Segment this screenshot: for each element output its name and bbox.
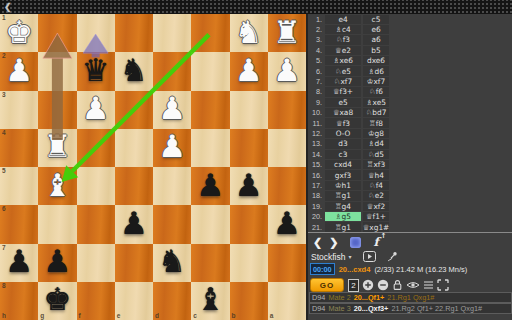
move-number: 6. (310, 67, 323, 76)
file-label: b (232, 313, 236, 320)
engine-stats: (2/33) 21.42 M (16.23 Mn/s) (374, 265, 467, 274)
square-d7[interactable]: ♞ (153, 244, 191, 282)
increase-lines-icon[interactable] (362, 279, 374, 291)
prev-move-button[interactable]: ❮ (313, 237, 322, 248)
white-pawn: ♟ (153, 90, 191, 128)
move-row-15: 15.cxd4♖xf3 (310, 159, 400, 169)
black-move[interactable]: b5 (363, 46, 389, 55)
move-row-18: 18.♖g1♘e2 (310, 191, 400, 201)
square-c1[interactable] (191, 14, 229, 52)
move-number: 3. (310, 35, 323, 44)
top-bar: ❮ (0, 0, 512, 14)
black-pawn: ♟ (230, 166, 268, 204)
chess-analysis-app: ❮ ♚1♞♜♟2♛♞♟♟3♟♟4♜♟5♝♟♟6♟♟♟7♟♞8h♚gfed♝cba… (0, 0, 512, 320)
square-h4[interactable]: 4 (0, 129, 38, 167)
black-move[interactable]: ♖xf3 (363, 160, 389, 169)
move-row-10: 10.♕xa8♘bd7 (310, 108, 400, 118)
white-move[interactable]: d3 (325, 139, 361, 148)
white-move[interactable]: c3 (325, 150, 361, 159)
white-move[interactable]: ♘xf7 (325, 77, 361, 86)
move-row-5: 5.♗xe6dxe6 (310, 56, 400, 66)
square-h7[interactable]: ♟7 (0, 244, 38, 282)
square-g1[interactable] (38, 14, 76, 52)
square-h3[interactable]: 3 (0, 91, 38, 129)
move-row-21: 21.♖g1♕xg1# (310, 222, 400, 232)
black-knight: ♞ (115, 51, 153, 89)
white-move[interactable]: ♕e2 (325, 46, 361, 55)
black-move[interactable]: ♖f8 (363, 118, 389, 127)
square-g6[interactable] (38, 205, 76, 243)
square-a4[interactable] (268, 129, 306, 167)
move-list: 1.e4c52.♗c4e63.♘f3a64.♕e2b55.♗xe6dxe66.♘… (310, 14, 400, 232)
white-move[interactable]: ♔h1 (325, 181, 361, 190)
black-move[interactable]: ♕f1+ (363, 212, 389, 221)
go-button[interactable]: GO (310, 278, 344, 292)
black-move[interactable]: e6 (363, 25, 389, 34)
rank-label: 3 (2, 92, 6, 99)
line-continuation: 21.Rg2 Qf1+ 22.Rg1 Qxg1# (391, 304, 482, 313)
square-e8[interactable]: e (115, 282, 153, 320)
move-number: 15. (310, 160, 323, 169)
black-move[interactable]: ♘bd7 (363, 108, 389, 117)
square-f1[interactable] (77, 14, 115, 52)
move-row-20: 20.♗g5♕f1+ (310, 211, 400, 221)
white-move[interactable]: ♗xe6 (325, 56, 361, 65)
move-number: 5. (310, 56, 323, 65)
move-row-2: 2.♗c4e6 (310, 24, 400, 34)
square-g7[interactable]: ♟ (38, 244, 76, 282)
black-move[interactable]: ♘f6 (363, 87, 389, 96)
black-move[interactable]: ♘d5 (363, 150, 389, 159)
black-move[interactable]: dxe6 (363, 56, 389, 65)
square-e1[interactable] (115, 14, 153, 52)
black-move[interactable]: ♗d6 (363, 66, 389, 75)
black-move[interactable]: ♘e2 (363, 191, 389, 200)
move-row-1: 1.e4c5 (310, 14, 400, 24)
square-d1[interactable] (153, 14, 191, 52)
white-move[interactable]: gxf3 (325, 170, 361, 179)
black-knight: ♞ (153, 243, 191, 281)
black-move[interactable]: ♕h4 (363, 170, 389, 179)
white-move[interactable]: ♕f3+ (325, 87, 361, 96)
move-number: 7. (310, 77, 323, 86)
white-move[interactable]: ♖g4 (325, 202, 361, 211)
file-label: g (40, 313, 44, 320)
opening-code: D94 (312, 304, 325, 313)
move-number: 13. (310, 139, 323, 148)
white-move[interactable]: ♘e5 (325, 66, 361, 75)
white-move[interactable]: ♗g5 (325, 212, 361, 221)
move-number: 8. (310, 87, 323, 96)
square-e5[interactable] (115, 167, 153, 205)
square-f8[interactable]: f (77, 282, 115, 320)
move-row-16: 16.gxf3♕h4 (310, 170, 400, 180)
decrease-lines-icon[interactable] (377, 279, 389, 291)
square-e7[interactable] (115, 244, 153, 282)
square-f3[interactable]: ♟ (77, 91, 115, 129)
back-button[interactable]: ❮ (4, 1, 12, 13)
lock-icon[interactable] (392, 279, 403, 291)
rank-label: 2 (2, 53, 6, 60)
white-rook: ♜ (38, 128, 76, 166)
square-c7[interactable] (191, 244, 229, 282)
cpu-frame-icon[interactable] (437, 279, 449, 291)
move-row-13: 13.d3♗d4 (310, 139, 400, 149)
square-d3[interactable]: ♟ (153, 91, 191, 129)
file-label: f (79, 313, 81, 320)
black-pawn: ♟ (268, 204, 306, 242)
white-pawn: ♟ (153, 128, 191, 166)
square-a7[interactable] (268, 244, 306, 282)
square-b6[interactable] (230, 205, 268, 243)
line-eval: Mate 2 (328, 293, 350, 302)
square-a1[interactable]: ♜ (268, 14, 306, 52)
move-row-6: 6.♘e5♗d6 (310, 66, 400, 76)
white-rook: ♜ (268, 13, 306, 51)
notation-list-icon[interactable] (423, 280, 434, 290)
move-row-3: 3.♘f3a6 (310, 35, 400, 45)
white-move[interactable]: ♕xa8 (325, 108, 361, 117)
chess-board[interactable]: ♚1♞♜♟2♛♞♟♟3♟♟4♜♟5♝♟♟6♟♟♟7♟♞8h♚gfed♝cba (0, 14, 306, 320)
black-move[interactable]: ♕xf2 (363, 202, 389, 211)
engine-output-icon[interactable] (363, 251, 376, 262)
analysis-mode-icon[interactable]: f↑ (373, 236, 378, 248)
square-e2[interactable]: ♞ (115, 52, 153, 90)
move-number: 20. (310, 212, 323, 221)
square-f4[interactable] (77, 129, 115, 167)
square-b1[interactable]: ♞ (230, 14, 268, 52)
square-d6[interactable] (153, 205, 191, 243)
engine-controls-row: GO 2 (310, 277, 449, 293)
move-row-8: 8.♕f3+♘f6 (310, 87, 400, 97)
line-eval: Mate 3 (328, 304, 350, 313)
move-row-4: 4.♕e2b5 (310, 45, 400, 55)
black-move[interactable]: c5 (363, 15, 389, 24)
file-label: e (117, 313, 121, 320)
rank-label: 6 (2, 206, 6, 213)
move-number: 2. (310, 25, 323, 34)
square-b7[interactable] (230, 244, 268, 282)
white-knight: ♞ (230, 13, 268, 51)
move-row-14: 14.c3♘d5 (310, 149, 400, 159)
current-position-icon[interactable] (350, 237, 361, 248)
square-d8[interactable]: d (153, 282, 191, 320)
move-row-9: 9.e5♗xe5 (310, 97, 400, 107)
move-number: 4. (310, 46, 323, 55)
square-c5[interactable]: ♟ (191, 167, 229, 205)
engine-row: Stockfish ▾ (311, 250, 398, 263)
white-move[interactable]: O-O (325, 129, 361, 138)
square-g4[interactable]: ♜ (38, 129, 76, 167)
square-d5[interactable] (153, 167, 191, 205)
square-c8[interactable]: ♝c (191, 282, 229, 320)
rank-label: 7 (2, 245, 6, 252)
square-e6[interactable]: ♟ (115, 205, 153, 243)
square-b8[interactable]: b (230, 282, 268, 320)
black-move[interactable]: ♘f4 (363, 181, 389, 190)
white-move[interactable]: ♖g1 (325, 222, 361, 231)
white-move[interactable]: ♘f3 (325, 35, 361, 44)
white-pawn: ♟ (77, 90, 115, 128)
square-h6[interactable]: 6 (0, 205, 38, 243)
opening-code: D94 (312, 293, 325, 302)
rank-label: 4 (2, 130, 6, 137)
move-number: 12. (310, 129, 323, 138)
square-b5[interactable]: ♟ (230, 167, 268, 205)
square-b3[interactable] (230, 91, 268, 129)
black-move[interactable]: ♔g8 (363, 129, 389, 138)
white-move[interactable]: e4 (325, 15, 361, 24)
white-move[interactable]: cxd4 (325, 160, 361, 169)
square-e3[interactable] (115, 91, 153, 129)
engine-selector[interactable]: Stockfish (311, 252, 346, 262)
move-number: 10. (310, 108, 323, 117)
engine-line-1[interactable]: D94 Mate 2 20...Qf1+ 21.Rg1 Qxg1# (309, 292, 512, 303)
black-move[interactable]: ♗d4 (363, 139, 389, 148)
square-b4[interactable] (230, 129, 268, 167)
black-move[interactable]: ♔xf7 (363, 77, 389, 86)
navigation-bar: ❮ ❯ f↑ (308, 232, 512, 251)
square-g5[interactable]: ♝ (38, 167, 76, 205)
engine-settings-icon[interactable] (387, 251, 398, 262)
square-a3[interactable] (268, 91, 306, 129)
white-bishop: ♝ (38, 166, 76, 204)
move-number: 19. (310, 202, 323, 211)
square-g3[interactable] (38, 91, 76, 129)
white-move[interactable]: ♗c4 (325, 25, 361, 34)
square-a8[interactable]: a (268, 282, 306, 320)
square-c4[interactable] (191, 129, 229, 167)
move-number: 16. (310, 171, 323, 180)
black-pawn: ♟ (38, 243, 76, 281)
black-pawn: ♟ (191, 166, 229, 204)
move-row-19: 19.♖g4♕xf2 (310, 201, 400, 211)
engine-status-row: 00:00 20...cxd4 (2/33) 21.42 M (16.23 Mn… (310, 263, 467, 275)
square-a6[interactable]: ♟ (268, 205, 306, 243)
move-row-12: 12.O-O♔g8 (310, 128, 400, 138)
move-row-7: 7.♘xf7♔xf7 (310, 76, 400, 86)
pv-count-input[interactable]: 2 (348, 279, 359, 292)
white-pawn: ♟ (268, 51, 306, 89)
dropdown-caret-icon[interactable]: ▾ (349, 253, 352, 260)
next-move-button[interactable]: ❯ (329, 237, 338, 248)
white-pawn: ♟ (230, 51, 268, 89)
eye-icon[interactable] (406, 280, 420, 290)
line-first-move: 20...Qf1+ (354, 293, 385, 302)
square-d2[interactable] (153, 52, 191, 90)
move-number: 17. (310, 181, 323, 190)
square-c3[interactable] (191, 91, 229, 129)
file-label: c (193, 313, 197, 320)
line-continuation: 21.Rg1 Qxg1# (387, 293, 434, 302)
engine-time: 00:00 (310, 263, 335, 275)
square-c6[interactable] (191, 205, 229, 243)
rank-label: 1 (2, 15, 6, 22)
move-number: 14. (310, 150, 323, 159)
move-number: 11. (310, 119, 323, 128)
square-f7[interactable] (77, 244, 115, 282)
black-move[interactable]: a6 (363, 35, 389, 44)
square-f2[interactable]: ♛ (77, 52, 115, 90)
move-row-17: 17.♔h1♘f4 (310, 180, 400, 190)
black-pawn: ♟ (115, 204, 153, 242)
file-label: a (270, 313, 274, 320)
up-arrow-glyph: ↑ (380, 233, 386, 240)
black-queen: ♛ (77, 51, 115, 89)
square-h5[interactable]: 5 (0, 167, 38, 205)
rank-label: 8 (2, 283, 6, 290)
move-number: 18. (310, 191, 323, 200)
square-a2[interactable]: ♟ (268, 52, 306, 90)
square-h8[interactable]: 8h (0, 282, 38, 320)
line-first-move: 20...Qxf3+ (354, 304, 389, 313)
move-number: 1. (310, 15, 323, 24)
move-number: 9. (310, 98, 323, 107)
square-c2[interactable] (191, 52, 229, 90)
file-label: h (2, 313, 6, 320)
engine-current-move: 20...cxd4 (339, 265, 371, 274)
square-e4[interactable] (115, 129, 153, 167)
square-d4[interactable]: ♟ (153, 129, 191, 167)
white-move[interactable]: ♕f3 (325, 118, 361, 127)
f-glyph: f (373, 235, 378, 249)
engine-line-2[interactable]: D94 Mate 3 20...Qxf3+ 21.Rg2 Qf1+ 22.Rg1… (309, 303, 512, 314)
white-move[interactable]: ♖g1 (325, 191, 361, 200)
move-number: 21. (310, 223, 323, 232)
square-g2[interactable] (38, 52, 76, 90)
white-move[interactable]: e5 (325, 98, 361, 107)
black-move[interactable]: ♗xe5 (363, 98, 389, 107)
square-b2[interactable]: ♟ (230, 52, 268, 90)
analysis-panel: 1.e4c52.♗c4e63.♘f3a64.♕e2b55.♗xe6dxe66.♘… (306, 0, 512, 320)
rank-label: 5 (2, 168, 6, 175)
square-h1[interactable]: ♚1 (0, 14, 38, 52)
square-g8[interactable]: ♚g (38, 282, 76, 320)
square-h2[interactable]: ♟2 (0, 52, 38, 90)
black-move[interactable]: ♕xg1# (363, 222, 389, 231)
file-label: d (155, 313, 159, 320)
square-a5[interactable] (268, 167, 306, 205)
square-f5[interactable] (77, 167, 115, 205)
square-f6[interactable] (77, 205, 115, 243)
move-row-11: 11.♕f3♖f8 (310, 118, 400, 128)
